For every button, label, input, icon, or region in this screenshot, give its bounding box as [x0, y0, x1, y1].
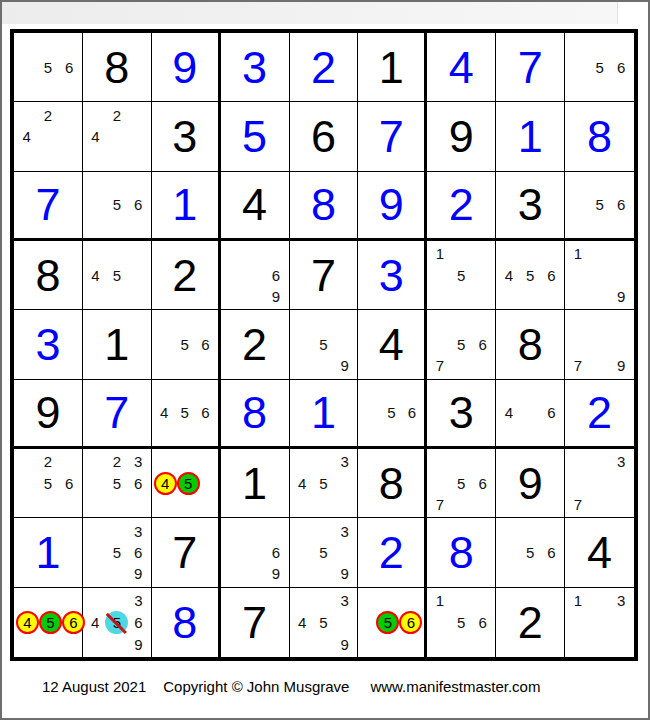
candidate-slot: 5: [376, 611, 399, 634]
candidate-slot: [223, 520, 244, 541]
cell-r7c3[interactable]: 45: [152, 449, 221, 518]
candidate-slot: [429, 451, 450, 472]
cell-r1c4[interactable]: 3: [221, 33, 290, 102]
candidate-slot: [472, 312, 493, 333]
cell-r6c8[interactable]: 46: [496, 380, 565, 449]
candidate-digit: 5: [520, 264, 541, 285]
cell-r4c3[interactable]: 2: [152, 241, 221, 310]
candidate-slot: [498, 286, 519, 307]
candidate-digit: 3: [610, 451, 632, 472]
candidate-slot: [589, 286, 611, 307]
cell-r1c2[interactable]: 8: [83, 33, 152, 102]
cell-r1c1[interactable]: 56: [14, 33, 83, 102]
cell-r3c8[interactable]: 3: [496, 172, 565, 241]
candidate-digit: 6: [472, 472, 493, 493]
candidate-digit: 3: [334, 520, 355, 541]
cell-r2c9[interactable]: 8: [565, 102, 634, 171]
candidate-slot: [610, 312, 632, 333]
candidate-slot: [127, 104, 148, 125]
cell-r7c8[interactable]: 9: [496, 449, 565, 518]
candidate-digit: 9: [334, 563, 355, 584]
candidate-digit: 1: [567, 243, 589, 264]
candidate-slot: [154, 312, 175, 333]
candidate-slot: [313, 494, 334, 515]
candidate-digit: 3: [334, 590, 355, 612]
given-digit: 9: [449, 114, 474, 159]
cell-r6c2[interactable]: 7: [83, 380, 152, 449]
candidate-digit: 9: [334, 355, 355, 376]
cell-r9c3[interactable]: 8: [152, 588, 221, 657]
cell-r3c7[interactable]: 2: [427, 172, 496, 241]
candidate-slot: [16, 78, 37, 99]
candidate-slot: [610, 611, 632, 633]
cell-r4c9[interactable]: 19: [565, 241, 634, 310]
cell-r4c5[interactable]: 7: [290, 241, 359, 310]
titlebar: [2, 2, 618, 24]
candidate-slot: [195, 312, 216, 333]
solved-digit: 7: [518, 45, 543, 90]
footer: 12 August 2021Copyright © John Musgravew…: [42, 678, 540, 695]
given-digit: 3: [172, 114, 197, 159]
candidate-slot: [174, 355, 195, 376]
candidate-slot: [244, 286, 265, 307]
cell-r6c5[interactable]: 1: [290, 380, 359, 449]
candidate-slot: [16, 590, 39, 611]
candidate-slot: [520, 520, 541, 541]
candidate-digit: 6: [59, 56, 80, 77]
candidate-slot: 6: [62, 611, 85, 634]
candidate-slot: [567, 451, 589, 472]
candidate-digit: 6: [472, 611, 493, 633]
candidate-grid: 69: [223, 520, 287, 584]
solved-digit: 1: [518, 114, 543, 159]
cell-r2c7[interactable]: 9: [427, 102, 496, 171]
candidate-grid: 45: [85, 243, 149, 307]
candidate-digit: 2: [37, 104, 58, 125]
cell-r7c4[interactable]: 1: [221, 449, 290, 518]
cell-r4c1[interactable]: 8: [14, 241, 83, 310]
candidate-slot: [195, 382, 216, 403]
candidate-slot: [610, 334, 632, 355]
candidate-grid: 24: [85, 104, 149, 168]
candidate-slot: [16, 35, 37, 56]
candidate-slot: [429, 611, 450, 633]
cell-r8c2[interactable]: 3569: [83, 518, 152, 587]
candidate-slot: [498, 382, 519, 403]
cell-r5c8[interactable]: 8: [496, 310, 565, 379]
candidate-slot: [567, 286, 589, 307]
candidate-grid: 59: [292, 312, 356, 376]
cell-r6c9[interactable]: 2: [565, 380, 634, 449]
candidate-slot: [106, 215, 127, 236]
candidate-slot: [313, 451, 334, 472]
cell-r6c1[interactable]: 9: [14, 380, 83, 449]
candidate-slot: [472, 243, 493, 264]
candidate-slot: [498, 520, 519, 541]
candidate-slot: [472, 494, 493, 515]
cell-r9c4[interactable]: 7: [221, 588, 290, 657]
candidate-slot: [62, 634, 85, 655]
solved-digit: 3: [242, 45, 267, 90]
candidate-slot: [498, 542, 519, 563]
cell-r7c7[interactable]: 567: [427, 449, 496, 518]
candidate-digit: 7: [429, 355, 450, 376]
candidate-slot: [589, 243, 611, 264]
solved-digit: 9: [379, 182, 404, 227]
solved-digit: 1: [172, 182, 197, 227]
cell-r4c8[interactable]: 456: [496, 241, 565, 310]
cell-r8c5[interactable]: 359: [290, 518, 359, 587]
candidate-slot: [106, 494, 127, 515]
candidate-digit: 3: [334, 451, 355, 472]
cell-r8c7[interactable]: 8: [427, 518, 496, 587]
cell-r3c9[interactable]: 56: [565, 172, 634, 241]
candidate-slot: [567, 78, 589, 99]
candidate-slot: [589, 312, 611, 333]
candidate-slot: [567, 174, 589, 195]
candidate-slot: [85, 174, 106, 195]
given-digit: 1: [242, 461, 267, 506]
solved-digit: 9: [172, 45, 197, 90]
candidate-slot: [567, 56, 589, 77]
cell-r3c2[interactable]: 56: [83, 172, 152, 241]
cell-r5c6[interactable]: 4: [358, 310, 427, 379]
cell-r9c1[interactable]: 456: [14, 588, 83, 657]
cell-r8c8[interactable]: 56: [496, 518, 565, 587]
candidate-slot: [195, 355, 216, 376]
given-digit: 7: [311, 253, 336, 298]
cell-r4c7[interactable]: 15: [427, 241, 496, 310]
solved-digit: 5: [242, 114, 267, 159]
candidate-slot: [360, 590, 376, 611]
candidate-slot: [106, 286, 127, 307]
candidate-slot: [59, 78, 80, 99]
candidate-grid: 567: [429, 451, 493, 515]
candidate-digit: 6: [265, 264, 286, 285]
candidate-slot: [429, 472, 450, 493]
candidate-digit: 2: [106, 104, 127, 125]
candidate-grid: 156: [429, 590, 493, 655]
candidate-slot: [589, 633, 611, 655]
candidate-grid: 56: [154, 312, 216, 376]
cell-r9c7[interactable]: 156: [427, 588, 496, 657]
candidate-slot: [610, 243, 632, 264]
candidate-slot: [127, 286, 148, 307]
cell-r9c9[interactable]: 13: [565, 588, 634, 657]
cell-r5c1[interactable]: 3: [14, 310, 83, 379]
candidate-slot: [244, 264, 265, 285]
cell-r2c1[interactable]: 24: [14, 102, 83, 171]
candidate-slot: [567, 264, 589, 285]
candidate-slot: [313, 312, 334, 333]
candidate-slot: [589, 215, 611, 236]
cell-r2c4[interactable]: 5: [221, 102, 290, 171]
candidate-digit: 6: [541, 264, 562, 285]
candidate-slot: 5: [177, 472, 200, 495]
candidate-digit: 9: [610, 355, 632, 376]
cell-r8c3[interactable]: 7: [152, 518, 221, 587]
candidate-slot: [313, 355, 334, 376]
cell-r2c6[interactable]: 7: [358, 102, 427, 171]
cell-r1c6[interactable]: 1: [358, 33, 427, 102]
candidate-digit: 5: [381, 402, 402, 423]
candidate-slot: [589, 355, 611, 376]
cell-r1c9[interactable]: 56: [565, 33, 634, 102]
candidate-digit: 4: [85, 264, 106, 285]
candidate-slot: [313, 590, 334, 612]
cell-r6c7[interactable]: 3: [427, 380, 496, 449]
cell-r3c4[interactable]: 4: [221, 172, 290, 241]
cell-r2c5[interactable]: 6: [290, 102, 359, 171]
candidate-slot: [174, 382, 195, 403]
candidate-slot: [589, 78, 611, 99]
candidate-grid: 3569: [85, 520, 149, 584]
candidate-slot: [498, 423, 519, 444]
cell-r5c5[interactable]: 59: [290, 310, 359, 379]
given-digit: 9: [35, 390, 60, 435]
candidate-slot: [334, 472, 355, 493]
candidate-slot: [429, 286, 450, 307]
candidate-slot: [154, 334, 175, 355]
cell-r5c3[interactable]: 56: [152, 310, 221, 379]
candidate-slot: 4: [154, 472, 177, 495]
candidate-grid: 19: [567, 243, 632, 307]
candidate-slot: [127, 494, 148, 515]
candidate-digit: 3: [610, 590, 632, 612]
candidate-slot: [313, 520, 334, 541]
candidate-grid: 359: [292, 520, 356, 584]
cell-r7c5[interactable]: 345: [290, 449, 359, 518]
candidate-slot: [451, 451, 472, 472]
cell-r5c7[interactable]: 567: [427, 310, 496, 379]
given-digit: 2: [242, 322, 267, 367]
candidate-slot: [127, 147, 148, 168]
cell-r8c1[interactable]: 1: [14, 518, 83, 587]
cell-r3c3[interactable]: 1: [152, 172, 221, 241]
highlight-circle-green-ring: 5: [376, 611, 399, 634]
candidate-slot: [292, 494, 313, 515]
candidate-slot: [37, 35, 58, 56]
candidate-digit: 6: [541, 542, 562, 563]
cell-r9c2[interactable]: 34569: [83, 588, 152, 657]
candidate-digit: 4: [154, 402, 175, 423]
candidate-slot: [589, 35, 611, 56]
candidate-digit: 5: [174, 402, 195, 423]
candidate-slot: [334, 494, 355, 515]
candidate-slot: [177, 451, 200, 472]
highlight-circle-yellow-ring: 6: [399, 611, 422, 634]
candidate-grid: 56: [498, 520, 562, 584]
candidate-digit: 6: [195, 402, 216, 423]
cell-r4c4[interactable]: 69: [221, 241, 290, 310]
candidate-slot: [244, 563, 265, 584]
candidate-digit: 4: [16, 126, 37, 147]
candidate-grid: 45: [154, 451, 216, 515]
given-digit: 8: [35, 253, 60, 298]
candidate-digit: 4: [498, 402, 519, 423]
candidate-grid: 56: [360, 382, 422, 444]
candidate-slot: [541, 423, 562, 444]
cell-r2c2[interactable]: 24: [83, 102, 152, 171]
cell-r8c4[interactable]: 69: [221, 518, 290, 587]
highlight-circle-yellow-ring: 6: [62, 611, 85, 634]
cell-r9c8[interactable]: 2: [496, 588, 565, 657]
solved-digit: 7: [35, 182, 60, 227]
candidate-slot: [85, 104, 106, 125]
candidate-slot: [105, 634, 128, 655]
cell-r1c3[interactable]: 9: [152, 33, 221, 102]
candidate-slot: [472, 590, 493, 612]
candidate-slot: [567, 633, 589, 655]
candidate-slot: [154, 355, 175, 376]
cell-r2c3[interactable]: 3: [152, 102, 221, 171]
cell-r6c3[interactable]: 456: [152, 380, 221, 449]
candidate-slot: [37, 147, 58, 168]
candidate-digit: 2: [37, 451, 58, 472]
candidate-slot: [85, 634, 105, 655]
candidate-digit: 1: [567, 590, 589, 612]
candidate-digit: 7: [429, 494, 450, 515]
candidate-grid: 567: [429, 312, 493, 376]
candidate-slot: [567, 334, 589, 355]
candidate-slot: [520, 286, 541, 307]
candidate-slot: [360, 402, 381, 423]
candidate-slot: [174, 423, 195, 444]
given-digit: 1: [104, 322, 129, 367]
candidate-slot: [16, 634, 39, 655]
candidate-slot: [567, 215, 589, 236]
solved-digit: 2: [449, 182, 474, 227]
given-digit: 2: [518, 600, 543, 645]
candidate-digit: 6: [59, 472, 80, 493]
candidate-slot: [265, 243, 286, 264]
candidate-slot: [313, 633, 334, 655]
candidate-digit: 5: [451, 264, 472, 285]
candidate-digit: 1: [429, 243, 450, 264]
candidate-slot: [451, 494, 472, 515]
candidate-digit: 5: [313, 542, 334, 563]
candidate-slot: [360, 634, 376, 655]
candidate-slot: [589, 264, 611, 285]
cell-r5c9[interactable]: 79: [565, 310, 634, 379]
candidate-slot: [451, 633, 472, 655]
candidate-slot: [360, 423, 381, 444]
candidate-slot: [520, 243, 541, 264]
cell-r7c6[interactable]: 8: [358, 449, 427, 518]
cell-r1c7[interactable]: 4: [427, 33, 496, 102]
candidate-digit: 4: [85, 611, 105, 634]
candidate-digit: 5: [313, 334, 334, 355]
cell-r8c6[interactable]: 2: [358, 518, 427, 587]
candidate-slot: [520, 563, 541, 584]
candidate-slot: [16, 104, 37, 125]
candidate-grid: 46: [498, 382, 562, 444]
highlight-circle-yellow-ring: 4: [154, 472, 177, 495]
candidate-slot: [154, 495, 177, 516]
candidate-digit: 9: [334, 633, 355, 655]
cell-r7c9[interactable]: 37: [565, 449, 634, 518]
candidate-slot: [223, 563, 244, 584]
candidate-slot: [567, 194, 589, 215]
candidate-slot: [589, 590, 611, 612]
cell-r8c9[interactable]: 4: [565, 518, 634, 587]
cell-r3c5[interactable]: 8: [290, 172, 359, 241]
candidate-slot: [313, 563, 334, 584]
solved-digit: 2: [587, 390, 612, 435]
candidate-digit: 5: [313, 611, 334, 633]
candidate-slot: [16, 147, 37, 168]
cell-r7c2[interactable]: 2356: [83, 449, 152, 518]
candidate-slot: [292, 451, 313, 472]
candidate-digit: 3: [128, 590, 148, 611]
cell-r5c2[interactable]: 1: [83, 310, 152, 379]
cell-r6c4[interactable]: 8: [221, 380, 290, 449]
candidate-slot: [85, 494, 106, 515]
cell-r3c1[interactable]: 7: [14, 172, 83, 241]
solved-digit: 7: [104, 390, 129, 435]
candidate-slot: [292, 334, 313, 355]
candidate-slot: [174, 312, 195, 333]
candidate-slot: [127, 243, 148, 264]
candidate-slot: [16, 451, 37, 472]
cell-r2c8[interactable]: 1: [496, 102, 565, 171]
candidate-digit: 9: [128, 634, 148, 655]
given-digit: 8: [104, 45, 129, 90]
cell-r5c4[interactable]: 2: [221, 310, 290, 379]
cell-r7c1[interactable]: 256: [14, 449, 83, 518]
given-digit: 4: [379, 322, 404, 367]
candidate-slot: [177, 495, 200, 516]
candidate-digit: 6: [610, 56, 632, 77]
candidate-grid: 256: [16, 451, 80, 515]
footer-website: www.manifestmaster.com: [370, 678, 540, 695]
candidate-slot: [105, 590, 128, 611]
given-digit: 9: [518, 461, 543, 506]
candidate-slot: [85, 590, 105, 611]
candidate-slot: 5: [39, 611, 62, 634]
candidate-slot: [292, 563, 313, 584]
candidate-slot: [106, 520, 127, 541]
candidate-slot: [376, 634, 399, 655]
candidate-grid: 56: [85, 174, 149, 236]
candidate-slot: [567, 312, 589, 333]
candidate-digit: 6: [127, 542, 148, 563]
solved-digit: 4: [449, 45, 474, 90]
candidate-slot: [200, 451, 216, 472]
candidate-slot: 6: [399, 611, 422, 634]
cell-r9c6[interactable]: 56: [358, 588, 427, 657]
candidate-slot: 5: [105, 611, 128, 634]
candidate-digit: 5: [106, 264, 127, 285]
candidate-slot: [498, 243, 519, 264]
cell-r6c6[interactable]: 56: [358, 380, 427, 449]
cell-r4c2[interactable]: 45: [83, 241, 152, 310]
candidate-grid: 3459: [292, 590, 356, 655]
cell-r4c6[interactable]: 3: [358, 241, 427, 310]
cell-r9c5[interactable]: 3459: [290, 588, 359, 657]
candidate-digit: 6: [541, 402, 562, 423]
cell-r1c8[interactable]: 7: [496, 33, 565, 102]
candidate-slot: [127, 174, 148, 195]
solved-digit: 2: [379, 530, 404, 575]
cell-r3c6[interactable]: 9: [358, 172, 427, 241]
candidate-grid: 345: [292, 451, 356, 515]
candidate-slot: [334, 542, 355, 563]
given-digit: 8: [379, 461, 404, 506]
candidate-grid: 56: [567, 35, 632, 99]
cell-r1c5[interactable]: 2: [290, 33, 359, 102]
candidate-slot: [610, 472, 632, 493]
